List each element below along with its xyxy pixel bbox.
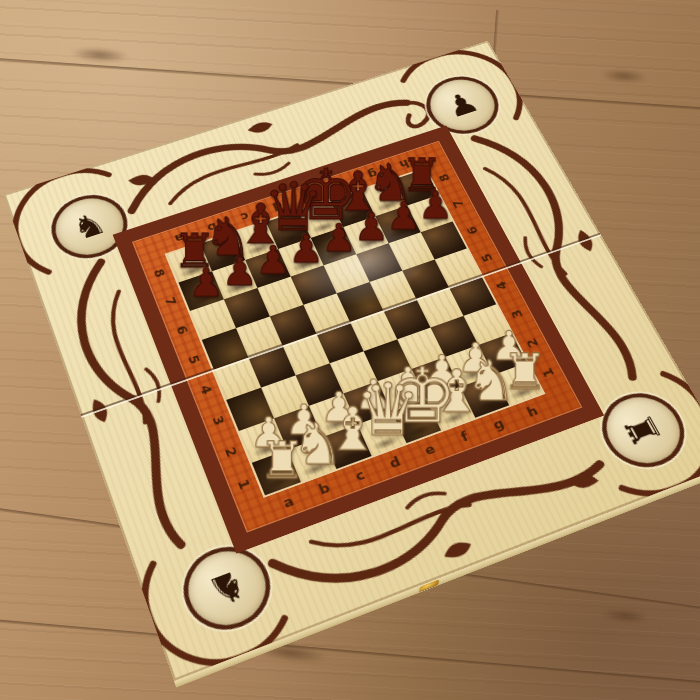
product-photo: ♞ ♟ ♜ ♞ aabbccddeeffgghh8877665544332211… <box>0 0 700 700</box>
box-top-face: ♞ ♟ ♜ ♞ aabbccddeeffgghh8877665544332211… <box>4 41 700 681</box>
chess-box-scene: ♞ ♟ ♜ ♞ aabbccddeeffgghh8877665544332211… <box>86 58 614 586</box>
folding-chess-box: ♞ ♟ ♜ ♞ aabbccddeeffgghh8877665544332211… <box>4 41 700 681</box>
piece-white-rook-a1: ♜ <box>227 463 332 502</box>
